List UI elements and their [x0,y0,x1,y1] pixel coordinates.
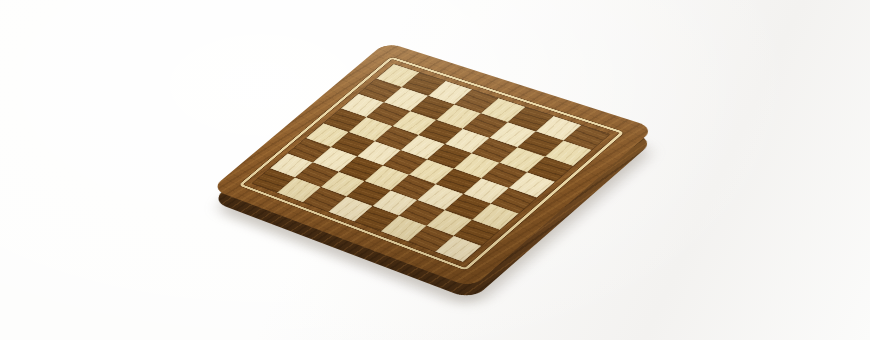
photo-backdrop [0,0,870,340]
chessboard [211,42,655,288]
